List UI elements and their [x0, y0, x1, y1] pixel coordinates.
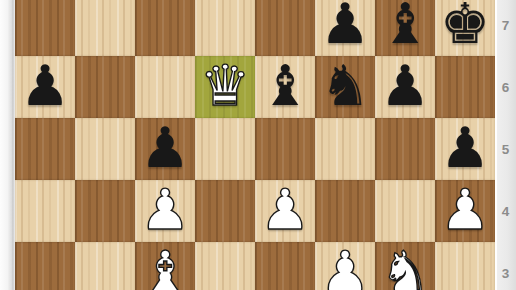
square-d4[interactable]	[195, 180, 255, 242]
square-h4[interactable]: ♟	[435, 180, 495, 242]
square-h7[interactable]: ♚	[435, 0, 495, 56]
square-e6[interactable]: ♝	[255, 56, 315, 118]
left-margin-strip	[0, 0, 15, 290]
square-h6[interactable]	[435, 56, 495, 118]
black-pawn[interactable]: ♟	[20, 58, 70, 114]
square-d7[interactable]	[195, 0, 255, 56]
square-e4[interactable]: ♟	[255, 180, 315, 242]
square-c5[interactable]: ♟	[135, 118, 195, 180]
square-c7[interactable]	[135, 0, 195, 56]
square-d5[interactable]	[195, 118, 255, 180]
rank-label-4: 4	[495, 180, 516, 242]
square-c6[interactable]	[135, 56, 195, 118]
chess-board[interactable]: ♟♝♚♟♛♝♞♟♟♟♟♟♟♝♟♞	[15, 0, 495, 290]
square-g6[interactable]: ♟	[375, 56, 435, 118]
black-pawn[interactable]: ♟	[140, 120, 190, 176]
rank-label-3: 3	[495, 242, 516, 290]
white-pawn[interactable]: ♟	[260, 182, 310, 238]
rank-label-6: 6	[495, 56, 516, 118]
black-pawn[interactable]: ♟	[380, 58, 430, 114]
square-b4[interactable]	[75, 180, 135, 242]
square-a4[interactable]	[15, 180, 75, 242]
chessboard-screenshot: ♟♝♚♟♛♝♞♟♟♟♟♟♟♝♟♞ 76543	[0, 0, 516, 290]
black-pawn[interactable]: ♟	[440, 120, 490, 176]
square-d3[interactable]	[195, 242, 255, 290]
square-b5[interactable]	[75, 118, 135, 180]
black-knight[interactable]: ♞	[320, 58, 370, 114]
rank-label-5: 5	[495, 118, 516, 180]
black-bishop[interactable]: ♝	[380, 0, 430, 52]
square-c4[interactable]: ♟	[135, 180, 195, 242]
white-pawn[interactable]: ♟	[440, 182, 490, 238]
square-c3[interactable]: ♝	[135, 242, 195, 290]
square-a6[interactable]: ♟	[15, 56, 75, 118]
square-f3[interactable]: ♟	[315, 242, 375, 290]
square-a3[interactable]	[15, 242, 75, 290]
square-a5[interactable]	[15, 118, 75, 180]
black-pawn[interactable]: ♟	[320, 0, 370, 52]
square-f6[interactable]: ♞	[315, 56, 375, 118]
rank-coordinates-strip: 76543	[495, 0, 516, 290]
square-f4[interactable]	[315, 180, 375, 242]
black-king[interactable]: ♚	[440, 0, 490, 52]
square-b3[interactable]	[75, 242, 135, 290]
square-b7[interactable]	[75, 0, 135, 56]
square-h5[interactable]: ♟	[435, 118, 495, 180]
square-h3[interactable]	[435, 242, 495, 290]
square-d6[interactable]: ♛	[195, 56, 255, 118]
square-e7[interactable]	[255, 0, 315, 56]
rank-label-7: 7	[495, 0, 516, 56]
white-pawn[interactable]: ♟	[140, 182, 190, 238]
square-f5[interactable]	[315, 118, 375, 180]
square-g4[interactable]	[375, 180, 435, 242]
square-e5[interactable]	[255, 118, 315, 180]
square-g7[interactable]: ♝	[375, 0, 435, 56]
square-g3[interactable]: ♞	[375, 242, 435, 290]
square-f7[interactable]: ♟	[315, 0, 375, 56]
square-b6[interactable]	[75, 56, 135, 118]
black-bishop[interactable]: ♝	[260, 58, 310, 114]
white-queen[interactable]: ♛	[200, 58, 250, 114]
white-bishop[interactable]: ♝	[140, 244, 190, 290]
square-a7[interactable]	[15, 0, 75, 56]
square-e3[interactable]	[255, 242, 315, 290]
square-g5[interactable]	[375, 118, 435, 180]
white-pawn[interactable]: ♟	[320, 244, 370, 290]
white-knight[interactable]: ♞	[380, 244, 430, 290]
